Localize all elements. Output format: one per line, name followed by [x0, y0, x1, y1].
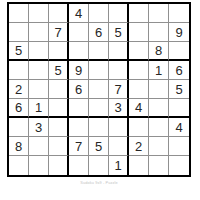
cell-r9c4[interactable] [69, 156, 89, 175]
cell-r7c6[interactable] [109, 118, 129, 137]
cell-r5c3[interactable] [49, 80, 69, 99]
cell-r5c9[interactable]: 5 [169, 80, 189, 99]
cell-r8c1[interactable]: 8 [9, 137, 29, 156]
cell-r3c2[interactable] [29, 42, 49, 61]
cell-r7c1[interactable] [9, 118, 29, 137]
cell-r2c5[interactable]: 6 [89, 23, 109, 42]
cell-r2c6[interactable]: 5 [109, 23, 129, 42]
cell-r1c8[interactable] [149, 4, 169, 23]
cell-r4c3[interactable]: 5 [49, 61, 69, 80]
cell-r7c5[interactable] [89, 118, 109, 137]
cell-r4c9[interactable]: 6 [169, 61, 189, 80]
cell-r8c4[interactable]: 7 [69, 137, 89, 156]
cell-r3c5[interactable] [89, 42, 109, 61]
cell-r3c4[interactable] [69, 42, 89, 61]
cell-r1c6[interactable] [109, 4, 129, 23]
cell-r1c4[interactable]: 4 [69, 4, 89, 23]
cell-r5c2[interactable] [29, 80, 49, 99]
cell-r5c6[interactable]: 7 [109, 80, 129, 99]
cell-r6c6[interactable]: 3 [109, 99, 129, 118]
cell-r3c7[interactable] [129, 42, 149, 61]
cell-r2c8[interactable] [149, 23, 169, 42]
cell-r9c9[interactable] [169, 156, 189, 175]
cell-r9c2[interactable] [29, 156, 49, 175]
cell-r3c8[interactable]: 8 [149, 42, 169, 61]
cell-r9c7[interactable] [129, 156, 149, 175]
cell-r6c7[interactable]: 4 [129, 99, 149, 118]
cell-r3c3[interactable] [49, 42, 69, 61]
cell-r7c2[interactable]: 3 [29, 118, 49, 137]
cell-r4c5[interactable] [89, 61, 109, 80]
cell-r1c5[interactable] [89, 4, 109, 23]
cell-r1c2[interactable] [29, 4, 49, 23]
cell-r5c5[interactable] [89, 80, 109, 99]
cell-r6c8[interactable] [149, 99, 169, 118]
cell-r5c7[interactable] [129, 80, 149, 99]
cell-r7c7[interactable] [129, 118, 149, 137]
cell-r8c5[interactable]: 5 [89, 137, 109, 156]
cell-r9c1[interactable] [9, 156, 29, 175]
cell-r4c7[interactable] [129, 61, 149, 80]
cell-r6c3[interactable] [49, 99, 69, 118]
cell-r2c2[interactable] [29, 23, 49, 42]
cell-r3c1[interactable]: 5 [9, 42, 29, 61]
cell-r8c6[interactable] [109, 137, 129, 156]
cell-r2c3[interactable]: 7 [49, 23, 69, 42]
cell-r4c6[interactable] [109, 61, 129, 80]
cell-r8c7[interactable]: 2 [129, 137, 149, 156]
cell-r1c1[interactable] [9, 4, 29, 23]
cell-r9c5[interactable] [89, 156, 109, 175]
footer-watermark: Sudoku 9x9 - Puzzle [45, 181, 154, 185]
cell-r7c4[interactable] [69, 118, 89, 137]
cell-r2c4[interactable] [69, 23, 89, 42]
cell-r1c3[interactable] [49, 4, 69, 23]
cell-r6c2[interactable]: 1 [29, 99, 49, 118]
cell-r2c7[interactable] [129, 23, 149, 42]
cell-r1c7[interactable] [129, 4, 149, 23]
cell-r9c8[interactable] [149, 156, 169, 175]
cell-r6c5[interactable] [89, 99, 109, 118]
cell-r6c1[interactable]: 6 [9, 99, 29, 118]
cell-r7c3[interactable] [49, 118, 69, 137]
cell-r8c2[interactable] [29, 137, 49, 156]
cell-r3c9[interactable] [169, 42, 189, 61]
cell-r3c6[interactable] [109, 42, 129, 61]
cell-r5c8[interactable] [149, 80, 169, 99]
cell-r8c9[interactable] [169, 137, 189, 156]
cell-r8c3[interactable] [49, 137, 69, 156]
cell-r9c3[interactable] [49, 156, 69, 175]
cell-r1c9[interactable] [169, 4, 189, 23]
cell-r4c2[interactable] [29, 61, 49, 80]
cell-r4c4[interactable]: 9 [69, 61, 89, 80]
cell-r4c1[interactable] [9, 61, 29, 80]
cell-r7c9[interactable]: 4 [169, 118, 189, 137]
cell-r6c9[interactable] [169, 99, 189, 118]
cell-r2c1[interactable] [9, 23, 29, 42]
sudoku-board: 47659585916267561343487521 [7, 2, 191, 177]
cell-r2c9[interactable]: 9 [169, 23, 189, 42]
cell-r5c4[interactable]: 6 [69, 80, 89, 99]
cell-r8c8[interactable] [149, 137, 169, 156]
cell-r4c8[interactable]: 1 [149, 61, 169, 80]
cell-r9c6[interactable]: 1 [109, 156, 129, 175]
cell-r6c4[interactable] [69, 99, 89, 118]
cell-r7c8[interactable] [149, 118, 169, 137]
cell-r5c1[interactable]: 2 [9, 80, 29, 99]
